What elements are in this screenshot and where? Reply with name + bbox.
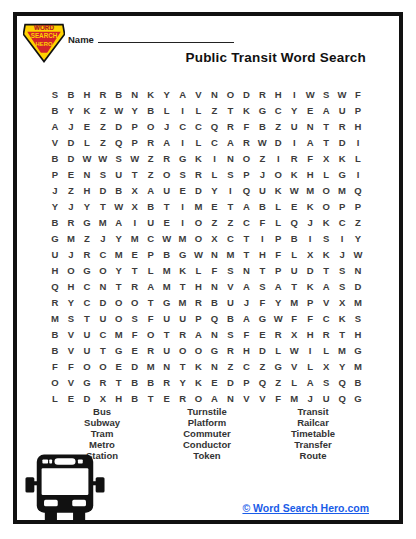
grid-cell-m8: A	[238, 198, 254, 214]
grid-cell-o15: W	[270, 310, 286, 326]
grid-cell-d20: X	[95, 390, 111, 406]
grid-cell-c9: G	[79, 214, 95, 230]
grid-cell-k15: Q	[206, 310, 222, 326]
grid-cell-t13: D	[350, 278, 366, 294]
grid-cell-k9: Z	[206, 214, 222, 230]
grid-cell-h5: R	[159, 150, 175, 166]
grid-cell-g8: B	[143, 198, 159, 214]
grid-cell-b19: V	[63, 374, 79, 390]
grid-cell-i8: I	[175, 198, 191, 214]
grid-cell-q5: F	[302, 150, 318, 166]
grid-cell-c17: U	[79, 342, 95, 358]
grid-cell-c8: Y	[79, 198, 95, 214]
grid-cell-p3: U	[286, 118, 302, 134]
word-item: Subway	[47, 417, 157, 428]
grid-cell-m16: F	[238, 326, 254, 342]
grid-cell-s1: W	[334, 86, 350, 102]
grid-cell-e7: B	[111, 182, 127, 198]
grid-cell-h7: U	[159, 182, 175, 198]
grid-cell-l13: V	[222, 278, 238, 294]
grid-cell-g10: C	[143, 230, 159, 246]
grid-cell-r15: C	[318, 310, 334, 326]
grid-cell-s17: M	[334, 342, 350, 358]
grid-cell-t3: H	[350, 118, 366, 134]
grid-cell-l18: Z	[222, 358, 238, 374]
grid-cell-d17: T	[95, 342, 111, 358]
grid-cell-c6: N	[79, 166, 95, 182]
grid-cell-m13: A	[238, 278, 254, 294]
grid-cell-h17: U	[159, 342, 175, 358]
grid-cell-n4: W	[254, 134, 270, 150]
grid-cell-t4: I	[350, 134, 366, 150]
grid-cell-g2: B	[143, 102, 159, 118]
grid-cell-c18: O	[79, 358, 95, 374]
grid-cell-d14: D	[95, 294, 111, 310]
grid-cell-d3: Z	[95, 118, 111, 134]
grid-cell-m4: R	[238, 134, 254, 150]
word-item: Token	[152, 450, 262, 461]
grid-cell-m12: N	[238, 262, 254, 278]
grid-cell-c3: E	[79, 118, 95, 134]
grid-cell-j1: V	[191, 86, 207, 102]
grid-cell-p9: Q	[286, 214, 302, 230]
grid-cell-a12: H	[47, 262, 63, 278]
grid-cell-p4: I	[286, 134, 302, 150]
grid-cell-q18: L	[302, 358, 318, 374]
grid-cell-d7: D	[95, 182, 111, 198]
grid-cell-k3: Q	[206, 118, 222, 134]
grid-cell-l7: I	[222, 182, 238, 198]
grid-cell-h18: N	[159, 358, 175, 374]
grid-cell-k16: N	[206, 326, 222, 342]
grid-cell-s9: C	[334, 214, 350, 230]
grid-cell-k18: N	[206, 358, 222, 374]
grid-cell-k1: N	[206, 86, 222, 102]
grid-cell-o9: L	[270, 214, 286, 230]
grid-cell-j16: A	[191, 326, 207, 342]
grid-cell-e13: T	[111, 278, 127, 294]
grid-cell-f20: B	[127, 390, 143, 406]
grid-cell-d1: R	[95, 86, 111, 102]
grid-cell-h10: W	[159, 230, 175, 246]
grid-cell-i20: R	[175, 390, 191, 406]
grid-cell-p13: T	[286, 278, 302, 294]
grid-cell-n16: E	[254, 326, 270, 342]
grid-cell-j20: O	[191, 390, 207, 406]
grid-cell-l19: D	[222, 374, 238, 390]
grid-cell-i10: M	[175, 230, 191, 246]
grid-cell-b13: H	[63, 278, 79, 294]
grid-cell-n11: H	[254, 246, 270, 262]
grid-cell-d2: Z	[95, 102, 111, 118]
grid-cell-k12: F	[206, 262, 222, 278]
grid-cell-h16: T	[159, 326, 175, 342]
grid-cell-s18: Y	[334, 358, 350, 374]
grid-cell-o8: L	[270, 198, 286, 214]
grid-cell-k2: Z	[206, 102, 222, 118]
grid-cell-j2: L	[191, 102, 207, 118]
grid-cell-g6: Z	[143, 166, 159, 182]
grid-cell-q9: J	[302, 214, 318, 230]
grid-cell-e14: O	[111, 294, 127, 310]
grid-cell-l16: S	[222, 326, 238, 342]
grid-cell-n17: D	[254, 342, 270, 358]
word-item: Commuter	[152, 428, 262, 439]
grid-cell-l1: O	[222, 86, 238, 102]
grid-cell-s7: M	[334, 182, 350, 198]
grid-cell-l9: Z	[222, 214, 238, 230]
grid-cell-g14: T	[143, 294, 159, 310]
grid-cell-a6: P	[47, 166, 63, 182]
grid-cell-p17: W	[286, 342, 302, 358]
grid-cell-r11: K	[318, 246, 334, 262]
grid-cell-d10: J	[95, 230, 111, 246]
grid-cell-i13: T	[175, 278, 191, 294]
grid-cell-q20: J	[302, 390, 318, 406]
grid-cell-e10: Y	[111, 230, 127, 246]
grid-cell-q19: A	[302, 374, 318, 390]
logo-search: SEARCH	[31, 32, 58, 39]
grid-cell-q13: K	[302, 278, 318, 294]
grid-cell-b5: D	[63, 150, 79, 166]
grid-cell-o12: P	[270, 262, 286, 278]
grid-cell-i15: U	[175, 310, 191, 326]
grid-cell-h19: R	[159, 374, 175, 390]
grid-cell-i16: R	[175, 326, 191, 342]
grid-cell-t19: B	[350, 374, 366, 390]
grid-cell-r19: S	[318, 374, 334, 390]
grid-cell-d8: T	[95, 198, 111, 214]
grid-cell-k10: X	[206, 230, 222, 246]
grid-cell-b4: D	[63, 134, 79, 150]
grid-cell-a18: F	[47, 358, 63, 374]
grid-cell-d13: N	[95, 278, 111, 294]
grid-cell-m6: P	[238, 166, 254, 182]
grid-cell-h14: G	[159, 294, 175, 310]
grid-cell-t2: P	[350, 102, 366, 118]
grid-cell-l15: B	[222, 310, 238, 326]
grid-cell-e11: M	[111, 246, 127, 262]
grid-cell-m9: C	[238, 214, 254, 230]
grid-cell-e9: A	[111, 214, 127, 230]
grid-cell-r14: V	[318, 294, 334, 310]
grid-cell-k19: E	[206, 374, 222, 390]
grid-cell-j7: D	[191, 182, 207, 198]
grid-cell-g11: P	[143, 246, 159, 262]
grid-cell-p10: B	[286, 230, 302, 246]
grid-cell-p1: I	[286, 86, 302, 102]
grid-cell-r3: T	[318, 118, 334, 134]
grid-cell-h2: L	[159, 102, 175, 118]
grid-cell-f4: P	[127, 134, 143, 150]
grid-cell-m19: P	[238, 374, 254, 390]
grid-cell-m7: Q	[238, 182, 254, 198]
grid-cell-g9: U	[143, 214, 159, 230]
grid-cell-m3: F	[238, 118, 254, 134]
grid-cell-f14: O	[127, 294, 143, 310]
grid-cell-a20: L	[47, 390, 63, 406]
grid-cell-o3: Z	[270, 118, 286, 134]
grid-cell-n19: Q	[254, 374, 270, 390]
grid-cell-f8: X	[127, 198, 143, 214]
grid-cell-a2: B	[47, 102, 63, 118]
grid-cell-q8: K	[302, 198, 318, 214]
grid-cell-m17: H	[238, 342, 254, 358]
grid-cell-r6: L	[318, 166, 334, 182]
grid-cell-d12: O	[95, 262, 111, 278]
grid-cell-n6: J	[254, 166, 270, 182]
grid-cell-h9: E	[159, 214, 175, 230]
word-item: Platform	[152, 417, 262, 428]
grid-cell-a7: J	[47, 182, 63, 198]
grid-cell-p8: E	[286, 198, 302, 214]
grid-cell-c10: Z	[79, 230, 95, 246]
grid-cell-c16: U	[79, 326, 95, 342]
grid-cell-a16: B	[47, 326, 63, 342]
grid-cell-l4: A	[222, 134, 238, 150]
grid-cell-r4: T	[318, 134, 334, 150]
logo-word: WORD	[34, 25, 54, 32]
grid-cell-b9: R	[63, 214, 79, 230]
word-item: Conductor	[152, 439, 262, 450]
grid-cell-s13: S	[334, 278, 350, 294]
grid-cell-r13: A	[318, 278, 334, 294]
grid-cell-b14: Y	[63, 294, 79, 310]
grid-cell-j9: O	[191, 214, 207, 230]
grid-cell-n8: B	[254, 198, 270, 214]
grid-cell-q1: W	[302, 86, 318, 102]
grid-cell-l6: S	[222, 166, 238, 182]
grid-cell-s8: P	[334, 198, 350, 214]
grid-cell-i6: S	[175, 166, 191, 182]
grid-cell-l5: N	[222, 150, 238, 166]
grid-cell-o7: K	[270, 182, 286, 198]
grid-cell-f10: M	[127, 230, 143, 246]
grid-cell-f13: R	[127, 278, 143, 294]
grid-cell-d9: M	[95, 214, 111, 230]
grid-cell-e6: U	[111, 166, 127, 182]
grid-cell-t14: M	[350, 294, 366, 310]
grid-cell-i17: O	[175, 342, 191, 358]
grid-cell-j17: O	[191, 342, 207, 358]
grid-cell-o11: F	[270, 246, 286, 262]
grid-cell-a9: B	[47, 214, 63, 230]
grid-cell-p5: R	[286, 150, 302, 166]
worksheet-page: WORD SEARCH HERO Name Public Transit Wor…	[0, 0, 416, 539]
grid-cell-i3: C	[175, 118, 191, 134]
grid-cell-p19: L	[286, 374, 302, 390]
grid-cell-t11: W	[350, 246, 366, 262]
grid-cell-k7: Y	[206, 182, 222, 198]
grid-cell-b15: S	[63, 310, 79, 326]
name-label: Name	[68, 34, 94, 45]
grid-cell-d4: Z	[95, 134, 111, 150]
grid-cell-c15: T	[79, 310, 95, 326]
grid-cell-s2: U	[334, 102, 350, 118]
grid-cell-t9: Z	[350, 214, 366, 230]
grid-cell-b1: B	[63, 86, 79, 102]
grid-cell-b2: Y	[63, 102, 79, 118]
grid-cell-r12: T	[318, 262, 334, 278]
grid-cell-h20: E	[159, 390, 175, 406]
grid-cell-t1: F	[350, 86, 366, 102]
grid-cell-f17: E	[127, 342, 143, 358]
grid-cell-o10: P	[270, 230, 286, 246]
grid-cell-e15: O	[111, 310, 127, 326]
grid-cell-q15: F	[302, 310, 318, 326]
grid-cell-e12: Y	[111, 262, 127, 278]
grid-cell-d11: C	[95, 246, 111, 262]
word-item: Turnstile	[152, 406, 262, 417]
grid-cell-p14: M	[286, 294, 302, 310]
grid-cell-f7: X	[127, 182, 143, 198]
grid-cell-r1: S	[318, 86, 334, 102]
grid-cell-r20: U	[318, 390, 334, 406]
grid-cell-n1: R	[254, 86, 270, 102]
grid-cell-c4: L	[79, 134, 95, 150]
grid-cell-b7: Z	[63, 182, 79, 198]
grid-cell-j11: W	[191, 246, 207, 262]
grid-cell-e17: G	[111, 342, 127, 358]
grid-cell-r5: X	[318, 150, 334, 166]
grid-cell-h8: T	[159, 198, 175, 214]
grid-cell-g17: R	[143, 342, 159, 358]
grid-cell-n13: S	[254, 278, 270, 294]
grid-cell-q12: D	[302, 262, 318, 278]
grid-cell-n5: Z	[254, 150, 270, 166]
grid-cell-f1: N	[127, 86, 143, 102]
logo-hero: HERO	[36, 41, 53, 47]
grid-cell-p2: Y	[286, 102, 302, 118]
grid-cell-i7: E	[175, 182, 191, 198]
grid-cell-f19: B	[127, 374, 143, 390]
grid-cell-e16: M	[111, 326, 127, 342]
grid-cell-k14: B	[206, 294, 222, 310]
grid-cell-e2: W	[111, 102, 127, 118]
grid-cell-c5: W	[79, 150, 95, 166]
grid-cell-r7: O	[318, 182, 334, 198]
grid-cell-o6: O	[270, 166, 286, 182]
grid-cell-e18: E	[111, 358, 127, 374]
grid-cell-s16: T	[334, 326, 350, 342]
grid-cell-s5: K	[334, 150, 350, 166]
grid-cell-a5: B	[47, 150, 63, 166]
grid-cell-t17: G	[350, 342, 366, 358]
grid-cell-c14: C	[79, 294, 95, 310]
grid-cell-s3: R	[334, 118, 350, 134]
grid-cell-a19: O	[47, 374, 63, 390]
grid-cell-r17: L	[318, 342, 334, 358]
grid-cell-k17: G	[206, 342, 222, 358]
grid-cell-b6: E	[63, 166, 79, 182]
grid-cell-j19: K	[191, 374, 207, 390]
grid-cell-k20: A	[206, 390, 222, 406]
grid-cell-s15: K	[334, 310, 350, 326]
grid-cell-b18: F	[63, 358, 79, 374]
grid-cell-a17: B	[47, 342, 63, 358]
grid-cell-h4: A	[159, 134, 175, 150]
grid-cell-l20: N	[222, 390, 238, 406]
grid-cell-o14: Y	[270, 294, 286, 310]
grid-cell-n18: Z	[254, 358, 270, 374]
grid-cell-e20: H	[111, 390, 127, 406]
grid-cell-b3: J	[63, 118, 79, 134]
grid-cell-k6: L	[206, 166, 222, 182]
grid-cell-q7: M	[302, 182, 318, 198]
grid-cell-a11: U	[47, 246, 63, 262]
grid-cell-t7: Q	[350, 182, 366, 198]
grid-cell-f16: F	[127, 326, 143, 342]
grid-cell-o16: R	[270, 326, 286, 342]
grid-cell-l11: M	[222, 246, 238, 262]
grid-cell-f12: T	[127, 262, 143, 278]
grid-cell-o13: A	[270, 278, 286, 294]
grid-cell-n15: G	[254, 310, 270, 326]
word-item: Route	[258, 450, 368, 461]
word-item: Railcar	[258, 417, 368, 428]
grid-cell-i14: M	[175, 294, 191, 310]
grid-cell-s12: S	[334, 262, 350, 278]
grid-cell-r10: S	[318, 230, 334, 246]
grid-cell-e3: D	[111, 118, 127, 134]
grid-cell-i4: I	[175, 134, 191, 150]
grid-cell-r18: X	[318, 358, 334, 374]
grid-cell-a3: A	[47, 118, 63, 134]
grid-cell-g19: B	[143, 374, 159, 390]
grid-cell-h15: U	[159, 310, 175, 326]
grid-cell-l8: T	[222, 198, 238, 214]
grid-cell-a8: Y	[47, 198, 63, 214]
grid-cell-n7: U	[254, 182, 270, 198]
grid-cell-n14: F	[254, 294, 270, 310]
grid-cell-h12: M	[159, 262, 175, 278]
grid-cell-d5: W	[95, 150, 111, 166]
grid-cell-p7: W	[286, 182, 302, 198]
grid-cell-d6: S	[95, 166, 111, 182]
grid-cell-c1: H	[79, 86, 95, 102]
grid-cell-g18: M	[143, 358, 159, 374]
grid-cell-o1: H	[270, 86, 286, 102]
page-title: Public Transit Word Search	[186, 50, 367, 65]
grid-cell-p15: F	[286, 310, 302, 326]
grid-cell-g1: K	[143, 86, 159, 102]
word-search-hero-link[interactable]: © Word Search Hero.com	[242, 502, 369, 514]
grid-cell-q10: I	[302, 230, 318, 246]
grid-cell-k13: N	[206, 278, 222, 294]
grid-cell-e4: Q	[111, 134, 127, 150]
grid-cell-k11: N	[206, 246, 222, 262]
grid-cell-l17: R	[222, 342, 238, 358]
grid-cell-j12: L	[191, 262, 207, 278]
grid-cell-q16: H	[302, 326, 318, 342]
grid-cell-d18: O	[95, 358, 111, 374]
grid-cell-j6: R	[191, 166, 207, 182]
grid-cell-e1: B	[111, 86, 127, 102]
grid-cell-s11: J	[334, 246, 350, 262]
grid-cell-t6: I	[350, 166, 366, 182]
grid-cell-h3: J	[159, 118, 175, 134]
grid-cell-n10: I	[254, 230, 270, 246]
grid-cell-m15: A	[238, 310, 254, 326]
grid-cell-q17: I	[302, 342, 318, 358]
grid-cell-c2: K	[79, 102, 95, 118]
grid-cell-s6: G	[334, 166, 350, 182]
name-blank-line	[98, 33, 234, 43]
grid-cell-e5: S	[111, 150, 127, 166]
grid-cell-r2: A	[318, 102, 334, 118]
grid-cell-g15: F	[143, 310, 159, 326]
grid-cell-m2: K	[238, 102, 254, 118]
